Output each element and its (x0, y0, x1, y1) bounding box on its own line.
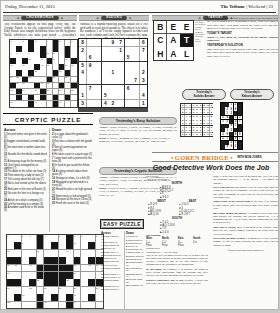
grid-cell: 2 (79, 47, 86, 54)
clue: 3Run into a relative with the goods (4) (52, 140, 93, 146)
black-cell (44, 265, 51, 272)
grid-cell (88, 250, 95, 257)
grid-cell: 9 (22, 242, 29, 249)
clue: 9Large stream (5) (101, 244, 122, 247)
grid-cell: 34 (22, 89, 28, 95)
clue-number: 24 (7, 287, 9, 289)
black-cell (51, 242, 58, 249)
grid-cell: 7 (81, 235, 88, 242)
grid-cell (34, 95, 40, 101)
grid-cell (124, 39, 131, 46)
cryptic-across-clues: Across 1Dire peril when iron gets in the… (4, 128, 47, 232)
grid-cell (71, 77, 77, 83)
grid-cell (44, 242, 51, 249)
black-cell (40, 52, 46, 58)
black-cell (88, 279, 95, 286)
grid-cell: 4 (79, 69, 86, 76)
grid-cell: 24 (7, 287, 14, 294)
suit-line: ♣ K J 8 7 (179, 213, 208, 216)
clue-number: 36 (47, 89, 49, 91)
grid-cell: 3 (140, 77, 147, 84)
south-hand: SOUTH♠ 7 4 2♥ A Q J 10 6♦ 7 4♣ 5 4 3 (146, 217, 208, 233)
clue-number: 18 (89, 264, 91, 266)
grid-cell: 33 (44, 302, 51, 309)
clue: 19Not a soul turned up for the dance (4) (4, 182, 47, 188)
grid-cell: 15 (65, 58, 71, 64)
yesterdays-kakuro-answer-pill: Yesterday'sKakuro Answer (230, 89, 274, 100)
clue-number: 12 (37, 250, 39, 252)
down-label: Down (126, 231, 144, 235)
grid-cell: 34 (74, 302, 81, 309)
clue-number: 6 (74, 235, 75, 237)
grid-cell (34, 58, 40, 64)
clue-number: 39 (10, 101, 12, 103)
bid: Pass (162, 244, 178, 247)
clue-number: 12 (29, 58, 31, 60)
grid-cell (124, 69, 131, 76)
grid-cell (124, 92, 131, 99)
down-label: Down (52, 128, 93, 132)
clue: 12Quiet meal arranged for an admirer (7) (4, 164, 47, 170)
sudoku-puzzle-wrap: 8976217655941273761543421 (78, 38, 148, 108)
clue: 6He takes a part in a quiet rage (5) (52, 153, 93, 156)
grid-cell (14, 250, 21, 257)
clue-number: 17 (22, 64, 24, 66)
hand-cards: ♠ 7 4 2♥ A Q J 10 6♦ 7 4♣ 5 4 3 (160, 221, 208, 234)
cryptic-crossword-grid: 1234567891011121314151617181920212223242… (9, 39, 78, 108)
clue-number: 31 (74, 294, 76, 296)
black-cell (74, 257, 81, 264)
clue: 2Citrus drink (8) (126, 239, 144, 242)
grid-cell (81, 287, 88, 294)
grid-cell (22, 287, 29, 294)
diamond-icon: ◆ (17, 16, 19, 20)
grid-cell: 30 (22, 83, 28, 89)
clue: 5Sort of current agreement on paper (8) (52, 146, 93, 152)
grid-cell (29, 250, 36, 257)
clue-number: 25 (29, 287, 31, 289)
grid-cell (59, 52, 65, 58)
hand-cards: ♠ A 8 6 3♥ K 9 7 5 2♦ 6♣ 9 6 2 (160, 186, 208, 199)
grid-cell: 31 (40, 83, 46, 89)
box-line (78, 61, 147, 62)
clue: 25Finish the race in the dark (4) (52, 202, 93, 205)
grid-cell (117, 92, 124, 99)
bridge-paragraph: In this hand, for example, it is possibl… (146, 268, 208, 278)
easy-solution-title: Yesterday's Easy Solution (99, 117, 177, 125)
grid-cell: 9 (87, 62, 94, 69)
bridge-paragraph: South is now at the critical point of th… (213, 200, 279, 210)
grid-cell: 21 (74, 272, 81, 279)
grid-cell: 22 (34, 70, 40, 76)
easy-puzzle-title: EASY PUZZLE (100, 219, 144, 229)
black-cell (16, 95, 22, 101)
grid-cell (124, 100, 131, 107)
grid-cell (132, 69, 139, 76)
grid-cell (34, 77, 40, 83)
grid-cell (71, 46, 77, 52)
grid-cell (79, 77, 86, 84)
clue-number: 27 (53, 76, 55, 78)
clue-number: 34 (22, 89, 24, 91)
todays-target-text: Good 13, very good 20, excellent 26 (or … (207, 36, 279, 43)
grid-cell (16, 64, 22, 70)
easy-down-clues: Down 1Put off (5)2Citrus drink (8)3Motio… (124, 231, 145, 310)
clue-number: 29 (16, 82, 18, 84)
grid-cell (40, 77, 46, 83)
grid-cell: 1 (79, 92, 86, 99)
bridge-paragraph: One of the keys to good declarer play is… (146, 254, 208, 267)
grid-cell: 7 (87, 84, 94, 91)
grid-cell (10, 95, 16, 101)
clue: 16Young sheep (5) (126, 267, 144, 272)
grid-cell: 6 (124, 84, 131, 91)
grid-cell (117, 69, 124, 76)
grid-cell: 12 (28, 58, 34, 64)
grid-cell (22, 95, 28, 101)
grid-cell: 2 (22, 40, 28, 46)
grid-cell: 27 (59, 287, 66, 294)
grid-cell (53, 89, 59, 95)
black-cell (47, 77, 53, 83)
black-cell (74, 279, 81, 286)
target-letter-cell: A (167, 47, 179, 59)
clue: 17Very keen (5) (101, 264, 122, 267)
clue-number: 21 (71, 64, 73, 66)
black-cell (16, 70, 22, 76)
grid-cell (59, 77, 65, 83)
easy-solution-body: Across: 1 Stable, 4 Desire, 9 Opera, 10 … (99, 126, 177, 144)
grid-cell (109, 47, 116, 54)
black-cell (29, 257, 36, 264)
grid-cell (102, 62, 109, 69)
clue-number: 13 (41, 58, 43, 60)
grid-cell (87, 77, 94, 84)
grid-cell: 9 (109, 39, 116, 46)
grid-cell (53, 83, 59, 89)
goren-bridge-logo-bar: ● GOREN BRIDGE ● WITH BOB JONES (152, 152, 279, 162)
black-cell (51, 272, 58, 279)
pill-line: Sudoku Answer (193, 95, 214, 98)
grid-cell: 5 (102, 92, 109, 99)
black-cell (44, 279, 51, 286)
clue-number: 30 (22, 294, 24, 296)
grid-cell: 26 (28, 77, 34, 83)
grid-cell (87, 39, 94, 46)
grid-cell (102, 47, 109, 54)
clue-list: 1Put off (5)2Citrus drink (8)3Motionless… (126, 235, 144, 286)
clue-number: 34 (74, 301, 76, 303)
clue-number: 40 (35, 101, 37, 103)
north-hand: NORTH♠ A 8 6 3♥ K 9 7 5 2♦ 6♣ 9 6 2 (146, 182, 208, 198)
grid-cell (14, 235, 21, 242)
grid-cell: 24 (10, 77, 16, 83)
black-cell (14, 257, 21, 264)
hand-cards: ♠ K Q 9♥ 8 4♦ A K J 9 8♣ A Q 10 (148, 203, 177, 216)
grid-cell (28, 64, 34, 70)
grid-cell (88, 272, 95, 279)
grid-cell (47, 46, 53, 52)
grid-cell: 4 (102, 100, 109, 107)
target-letter-cell: C (154, 34, 166, 46)
target-letter-cell: L (180, 47, 192, 59)
grid-cell (47, 95, 53, 101)
grid-cell (117, 84, 124, 91)
clue-number: 30 (22, 82, 24, 84)
goren-bridge-logo: GOREN BRIDGE (175, 154, 229, 161)
black-cell (28, 40, 34, 46)
clue: 20Bird seen in the river at Easter (5) (4, 188, 47, 191)
black-cell (37, 265, 44, 272)
grid-cell: 12 (37, 250, 44, 257)
clue-number: 10 (74, 242, 76, 244)
clue: 24Article on a ship's company (5) (4, 199, 47, 202)
grid-cell (109, 84, 116, 91)
black-cell (47, 58, 53, 64)
grid-cell (109, 92, 116, 99)
clue: 20Seeing organ (3) (126, 278, 144, 283)
black-cell (59, 257, 66, 264)
black-cell (53, 40, 59, 46)
grid-cell (22, 257, 29, 264)
black-cell (53, 70, 59, 76)
grid-cell (81, 279, 88, 286)
grid-cell: 17 (74, 265, 81, 272)
black-cell (65, 95, 71, 101)
black-cell (66, 242, 73, 249)
clue: 1Put off (5) (126, 235, 144, 238)
cryptic-puzzle-title: CRYPTIC PUZZLE (3, 113, 93, 125)
grid-cell (109, 62, 116, 69)
clue-number: 2 (22, 40, 23, 42)
grid-cell: 32 (47, 83, 53, 89)
grid-cell: 10 (74, 242, 81, 249)
black-cell (37, 302, 44, 309)
grid-cell (40, 40, 46, 46)
clue-number: 2 (22, 235, 23, 237)
grid-cell: 14 (53, 58, 59, 64)
grid-cell (40, 70, 46, 76)
black-cell (88, 242, 95, 249)
grid-cell (124, 47, 131, 54)
grid-cell: 3 (29, 235, 36, 242)
grid-cell: 37 (59, 89, 65, 95)
grid-cell (88, 287, 95, 294)
box-line (78, 84, 147, 85)
clue-number: 23 (66, 279, 68, 281)
grid-cell (51, 302, 58, 309)
grid-cell (29, 294, 36, 301)
clue: 16Ship's diary (3) (101, 260, 122, 263)
grid-cell (117, 62, 124, 69)
grid-cell: 20 (7, 272, 14, 279)
grid-cell (102, 84, 109, 91)
grid-cell: 18 (40, 64, 46, 70)
clue-number: 31 (41, 82, 43, 84)
grid-cell (81, 302, 88, 309)
bridge-headline: Good Detective Work Does the Job (143, 164, 279, 171)
diamond-icon: ◆ (129, 16, 131, 20)
clue: 15Warm season (6) (126, 261, 144, 266)
black-cell (65, 46, 71, 52)
clue-number: 3 (29, 235, 30, 237)
grid-cell: 11 (53, 52, 59, 58)
clue-number: 33 (10, 89, 12, 91)
clue: 17Tell a story about the old city (7) (4, 178, 47, 181)
grid-cell (51, 235, 58, 242)
clue-number: 25 (16, 76, 18, 78)
clue-number: 10 (47, 52, 49, 54)
grid-cell (81, 265, 88, 272)
grid-cell: 1 (10, 40, 16, 46)
clue-number: 7 (81, 235, 82, 237)
grid-cell: 23 (66, 279, 73, 286)
clue: 3Motionless (4) (126, 242, 144, 245)
clue-number: 8 (96, 235, 97, 237)
grid-cell (22, 250, 29, 257)
clue: 9One more time a mother takes tea (7) (4, 146, 47, 152)
clue-number: 5 (59, 235, 60, 237)
black-cell (28, 70, 34, 76)
black-cell (66, 265, 73, 272)
clue: 7Narrow road (4) (126, 251, 144, 254)
clue-number: 1 (7, 235, 8, 237)
clue-number: 14 (53, 58, 55, 60)
clue-number: 4 (44, 235, 45, 237)
grid-cell: 8 (79, 39, 86, 46)
grid-cell: 5 (210, 133, 213, 136)
black-cell (51, 257, 58, 264)
black-cell (88, 257, 95, 264)
grid-cell (28, 83, 34, 89)
clue: 22Paper money (7) (101, 276, 122, 279)
bidding-table: WestNorthEastSouth1 ♦2 ♦*3 ♦4 ♥PassPassP… (146, 237, 208, 246)
clue: 10Set free (7) (101, 247, 122, 250)
clue-number: 1 (10, 40, 11, 42)
grid-cell (102, 39, 109, 46)
grid-cell (47, 70, 53, 76)
grid-cell (66, 287, 73, 294)
black-cell (71, 58, 77, 64)
black-cell (59, 272, 66, 279)
clue: 22Go over the limit in a foreign car (7) (4, 192, 47, 198)
target-letter-cell: B (154, 21, 166, 33)
grid-cell: 10 (47, 52, 53, 58)
black-cell (65, 52, 71, 58)
box-line (180, 125, 213, 126)
clue-number: 9 (29, 52, 30, 54)
black-cell (7, 257, 14, 264)
black-cell (37, 235, 44, 242)
black-cell (53, 95, 59, 101)
grid-cell (44, 250, 51, 257)
clue-number: 14 (7, 264, 9, 266)
dot-icon: ● (171, 155, 173, 160)
sudoku-intro-text: Sudoku is a number-placing puzzle based … (80, 23, 148, 38)
clue-number: 32 (7, 301, 9, 303)
grid-cell (65, 89, 71, 95)
grid-cell: 22 (37, 279, 44, 286)
grid-cell (29, 242, 36, 249)
grid-cell (14, 272, 21, 279)
yesterdays-sudoku-answer-pill: Yesterday'sSudoku Answer (182, 89, 226, 100)
grid-cell: 29 (16, 83, 22, 89)
black-cell (51, 279, 58, 286)
grid-cell (71, 52, 77, 58)
clue-number: 27 (59, 287, 61, 289)
bridge-paragraph: Declarer apparently has to lose a spade,… (146, 279, 208, 285)
grid-cell (14, 287, 21, 294)
black-cell (51, 294, 58, 301)
clue-number: 15 (65, 58, 67, 60)
black-cell (71, 83, 77, 89)
clue: 26A number said to be in the know (6) (4, 206, 47, 212)
grid-cell (10, 46, 16, 52)
clue-number: 37 (59, 89, 61, 91)
difficulty-dots: ● ● ● ● (27, 106, 35, 109)
paper-name: The Tribune (221, 4, 245, 9)
newspaper-page: Friday, December 11, 2015 The Tribune | … (0, 0, 279, 310)
grid-cell (37, 287, 44, 294)
grid-cell (117, 100, 124, 107)
target-letter-cell: E (167, 21, 179, 33)
clue: 5Merely (6) (126, 245, 144, 248)
grid-cell (44, 294, 51, 301)
black-cell (66, 294, 73, 301)
clue-number: 4 (47, 40, 48, 42)
bridge-right-column: spade, a heart and two clubs to go down … (213, 175, 279, 309)
black-cell (44, 257, 51, 264)
grid-cell: 1 (140, 100, 147, 107)
grid-cell: 7 (132, 77, 139, 84)
clue-number: 19 (47, 64, 49, 66)
grid-cell (87, 100, 94, 107)
clue-number: 16 (29, 264, 31, 266)
grid-cell (88, 235, 95, 242)
black-cell (65, 70, 71, 76)
grid-cell (22, 52, 28, 58)
grid-cell: 21 (71, 64, 77, 70)
black-cell (22, 58, 28, 64)
grid-cell: 1 (7, 235, 14, 242)
clue-number: 33 (44, 301, 46, 303)
grid-cell: 5 (79, 62, 86, 69)
clue-number: 16 (10, 64, 12, 66)
grid-cell (109, 77, 116, 84)
diamond-icon: ◆ (61, 16, 63, 20)
clue-list: 1Beast of burden (6)4Not present (6)9Lar… (101, 235, 122, 290)
grid-cell: 33 (10, 89, 16, 95)
grid-cell: 11 (7, 250, 14, 257)
black-cell (37, 242, 44, 249)
grid-cell: 13 (40, 58, 46, 64)
sudoku-answer-grid: 3741528691528693748693741527435216985216… (180, 103, 213, 137)
grid-cell (10, 70, 16, 76)
grid-cell: 19 (47, 64, 53, 70)
clue-number: 26 (44, 287, 46, 289)
grid-cell (140, 84, 147, 91)
black-cell (53, 46, 59, 52)
grid-cell (132, 100, 139, 107)
grid-cell: 2 (109, 100, 116, 107)
black-cell (7, 279, 14, 286)
clue: 6Conclusion (3) (126, 248, 144, 251)
box-line (180, 114, 213, 115)
black-cell (40, 89, 46, 95)
grid-cell (14, 302, 21, 309)
diamond-icon: ◆ (97, 16, 99, 20)
clue-number: 20 (7, 272, 9, 274)
